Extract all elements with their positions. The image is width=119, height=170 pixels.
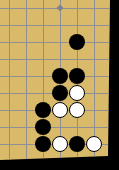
grid-line-horizontal [0, 59, 111, 60]
black-stone[interactable] [69, 34, 85, 50]
star-point [56, 4, 63, 11]
black-stone[interactable] [35, 136, 51, 152]
white-stone[interactable] [86, 136, 102, 152]
grid-line-horizontal [0, 127, 111, 128]
grid-line-vertical [111, 0, 112, 161]
go-board[interactable] [0, 0, 111, 161]
grid-line-horizontal [0, 42, 111, 43]
go-diagram [0, 0, 119, 170]
black-stone[interactable] [52, 85, 68, 101]
white-stone[interactable] [52, 136, 68, 152]
black-stone[interactable] [52, 68, 68, 84]
black-stone[interactable] [69, 136, 85, 152]
grid-line-horizontal [0, 25, 111, 26]
white-stone[interactable] [69, 85, 85, 101]
grid-line-horizontal [0, 8, 111, 9]
white-stone[interactable] [52, 102, 68, 118]
black-stone[interactable] [69, 68, 85, 84]
black-stone[interactable] [35, 102, 51, 118]
white-stone[interactable] [69, 102, 85, 118]
black-stone[interactable] [35, 119, 51, 135]
